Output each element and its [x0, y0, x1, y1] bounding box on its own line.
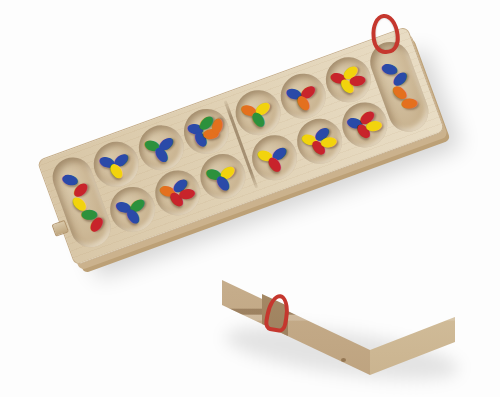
wood-knot — [341, 358, 346, 362]
bead-yellow: ● — [251, 97, 273, 119]
pit-bottom-1[interactable]: ●●● — [104, 181, 162, 239]
pit-bottom-2[interactable]: ●●●● — [149, 164, 207, 222]
bead-red: ● — [308, 136, 330, 158]
bead-red: ● — [353, 119, 375, 141]
bead-green: ● — [125, 194, 147, 216]
bead-blue: ● — [379, 59, 400, 76]
bead-blue: ● — [122, 205, 143, 227]
pit-top-6[interactable]: ●●●● — [319, 51, 377, 109]
bead-red: ● — [347, 72, 367, 88]
bead-blue: ● — [283, 84, 305, 103]
bead-yellow: ● — [215, 161, 237, 183]
bead-orange: ● — [400, 95, 419, 110]
bead-yellow: ● — [106, 159, 127, 181]
bead-yellow: ● — [339, 61, 361, 83]
bead-blue: ● — [112, 197, 134, 216]
bead-blue: ● — [212, 172, 233, 194]
bead-green: ● — [80, 207, 98, 220]
bead-red: ● — [176, 185, 196, 201]
bead-yellow: ● — [299, 130, 320, 147]
bead-yellow: ● — [69, 192, 91, 214]
bead-green: ● — [203, 164, 225, 183]
bead-green: ● — [248, 108, 269, 130]
board-grid: ●●●●● ●●● ●●● ●●●●● ●●● ●●● ●●●● ●●● ●●●… — [38, 27, 443, 262]
bead-red: ● — [355, 106, 377, 128]
pit-top-2[interactable]: ●●● — [132, 119, 190, 177]
bead-orange: ● — [200, 125, 220, 141]
bead-orange: ● — [389, 81, 411, 103]
bead-red: ● — [69, 178, 91, 200]
bead-green: ● — [141, 136, 163, 155]
pit-top-5[interactable]: ●●● — [274, 67, 332, 125]
bead-blue: ● — [151, 143, 172, 165]
bead-blue: ● — [185, 120, 205, 136]
bead-blue: ● — [190, 128, 210, 150]
bead-orange: ● — [157, 182, 178, 199]
pit-bottom-5[interactable]: ●●●● — [291, 112, 349, 170]
bead-blue: ● — [310, 123, 332, 145]
bead-blue: ● — [388, 67, 410, 89]
closed-mancala-box — [212, 242, 467, 392]
bead-blue: ● — [168, 174, 190, 196]
bead-blue: ● — [344, 114, 365, 131]
bead-red: ● — [296, 81, 318, 103]
open-mancala-board: ●●●●● ●●● ●●● ●●●●● ●●● ●●● ●●●● ●●● ●●●… — [37, 26, 446, 266]
bead-blue: ● — [109, 149, 131, 171]
product-photo-scene: ●●●●● ●●● ●●● ●●●●● ●●● ●●● ●●●● ●●● ●●●… — [0, 0, 500, 397]
bead-red: ● — [264, 153, 285, 175]
bead-green: ● — [194, 111, 216, 133]
bead-yellow: ● — [254, 146, 276, 165]
bead-yellow: ● — [318, 133, 338, 149]
bead-red: ● — [327, 69, 348, 86]
bead-orange: ● — [207, 115, 224, 136]
bead-red: ● — [85, 213, 106, 235]
bead-blue: ● — [59, 170, 80, 187]
bead-blue: ● — [154, 133, 176, 155]
bead-orange: ● — [293, 91, 314, 113]
bead-orange: ● — [238, 100, 260, 119]
bead-red: ● — [166, 188, 188, 210]
bead-yellow: ● — [336, 74, 358, 96]
bead-yellow: ● — [363, 117, 383, 133]
bead-blue: ● — [96, 152, 118, 171]
bead-blue: ● — [267, 142, 289, 164]
